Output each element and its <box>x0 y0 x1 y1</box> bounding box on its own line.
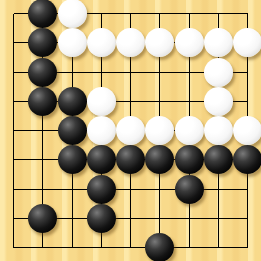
white-stone <box>233 116 261 145</box>
white-stone <box>204 28 233 57</box>
white-stone <box>175 116 204 145</box>
black-stone <box>145 233 174 261</box>
white-stone <box>204 58 233 87</box>
white-stone <box>87 28 116 57</box>
black-stone <box>175 175 204 204</box>
white-stone <box>87 116 116 145</box>
white-stone <box>116 116 145 145</box>
black-stone <box>204 145 233 174</box>
black-stone <box>28 204 57 233</box>
go-board[interactable] <box>0 0 261 261</box>
white-stone <box>58 28 87 57</box>
black-stone <box>28 58 57 87</box>
white-stone <box>58 0 87 28</box>
black-stone <box>58 87 87 116</box>
black-stone <box>87 204 116 233</box>
black-stone <box>175 145 204 174</box>
white-stone <box>87 87 116 116</box>
white-stone <box>204 116 233 145</box>
black-stone <box>87 145 116 174</box>
white-stone <box>175 28 204 57</box>
black-stone <box>87 175 116 204</box>
white-stone <box>233 28 261 57</box>
black-stone <box>28 87 57 116</box>
black-stone <box>58 145 87 174</box>
white-stone <box>204 87 233 116</box>
black-stone <box>58 116 87 145</box>
black-stone <box>233 145 261 174</box>
